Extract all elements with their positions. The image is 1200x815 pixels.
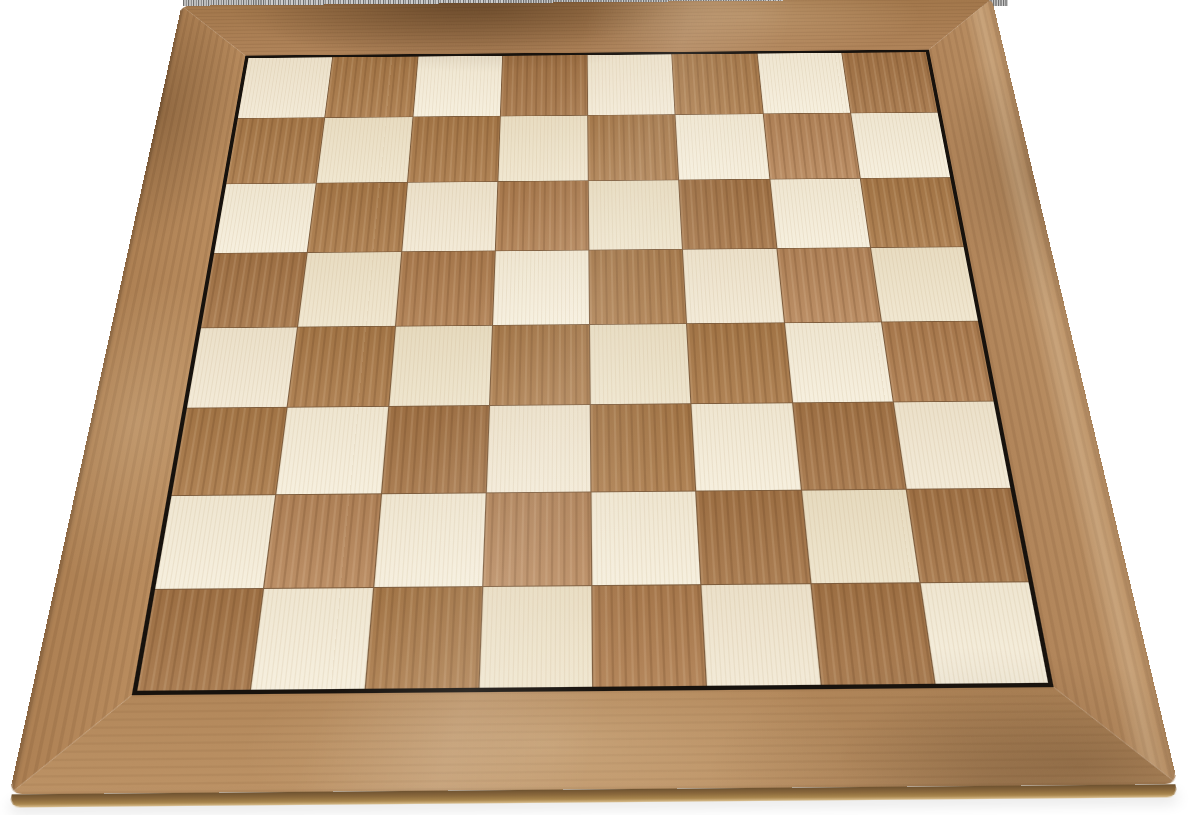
square-d8	[501, 55, 588, 116]
square-g6	[770, 178, 870, 248]
square-h4	[882, 322, 994, 402]
square-g5	[777, 248, 881, 323]
square-e4	[590, 324, 691, 404]
square-b5	[298, 252, 400, 327]
square-d5	[493, 250, 589, 325]
square-c7	[408, 117, 500, 182]
chessboard	[9, 0, 1177, 794]
square-h3	[894, 402, 1011, 489]
square-c3	[382, 406, 489, 493]
square-c8	[413, 56, 502, 117]
square-g3	[793, 403, 906, 490]
square-b6	[308, 182, 407, 252]
square-b8	[325, 57, 417, 118]
square-e3	[591, 404, 696, 491]
square-f6	[679, 179, 776, 249]
square-a5	[201, 253, 307, 328]
square-d3	[487, 405, 591, 492]
square-e1	[592, 585, 706, 687]
square-f3	[692, 403, 801, 490]
frame-rail-bottom	[9, 686, 1177, 794]
playing-area-grid	[137, 52, 1048, 691]
square-c5	[396, 251, 495, 326]
board-top-surface	[9, 0, 1177, 794]
square-d7	[498, 116, 588, 181]
square-h1	[920, 582, 1048, 684]
square-f7	[676, 114, 769, 179]
square-h6	[861, 178, 964, 247]
square-h7	[851, 113, 950, 178]
square-a7	[226, 118, 324, 183]
square-f8	[672, 54, 762, 115]
square-a4	[187, 327, 297, 407]
square-g1	[811, 583, 934, 685]
square-a8	[238, 57, 332, 118]
square-c1	[365, 587, 482, 689]
square-e6	[589, 180, 682, 250]
square-f2	[696, 490, 809, 584]
square-f4	[687, 323, 791, 403]
square-h8	[842, 52, 938, 113]
square-b2	[264, 494, 380, 588]
square-b1	[251, 588, 372, 690]
square-c4	[389, 326, 492, 406]
square-e7	[588, 115, 678, 180]
square-a2	[155, 495, 275, 589]
square-d1	[479, 586, 592, 688]
square-d4	[490, 325, 590, 405]
square-c2	[374, 493, 486, 587]
square-b4	[288, 327, 395, 407]
square-g2	[801, 489, 919, 583]
square-e5	[589, 249, 686, 324]
square-g8	[757, 53, 850, 114]
playing-area	[132, 50, 1054, 696]
scene	[0, 0, 1200, 815]
square-c6	[402, 182, 497, 252]
square-b7	[317, 117, 412, 182]
square-g7	[763, 114, 859, 179]
square-g4	[785, 322, 893, 402]
square-a6	[214, 183, 316, 253]
square-h5	[871, 247, 978, 322]
square-d2	[483, 492, 591, 586]
square-f1	[702, 584, 820, 686]
square-h2	[906, 488, 1028, 582]
square-e8	[588, 54, 675, 115]
square-d6	[496, 181, 589, 251]
square-a3	[172, 408, 287, 495]
frame-rail-top	[171, 0, 1004, 56]
square-b3	[277, 407, 388, 494]
square-f5	[683, 249, 783, 324]
square-a1	[137, 589, 263, 691]
square-e2	[592, 491, 701, 585]
